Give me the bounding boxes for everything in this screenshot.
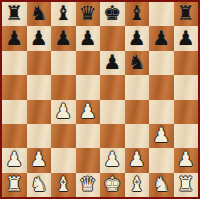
square-f8[interactable]: ♝ [125,2,150,26]
black-pawn-b7[interactable]: ♟ [30,28,48,48]
square-d4[interactable]: ♟ [76,100,101,124]
square-d8[interactable]: ♛ [76,2,101,26]
square-c8[interactable]: ♝ [51,2,76,26]
square-a5[interactable] [2,75,27,99]
black-king-e8[interactable]: ♚ [103,3,121,23]
square-h2[interactable]: ♟ [174,148,199,172]
white-bishop-c1[interactable]: ♝ [54,174,72,194]
square-f3[interactable] [125,124,150,148]
square-d1[interactable]: ♛ [76,173,101,197]
square-a8[interactable]: ♜ [2,2,27,26]
square-c2[interactable] [51,148,76,172]
chess-board-frame: ♜♞♝♛♚♝♜♟♟♟♟♟♟♟♟♞♟♟♟♟♟♟♟♟♜♞♝♛♚♝♞♜ [0,0,200,199]
square-f7[interactable]: ♟ [125,26,150,50]
black-pawn-a7[interactable]: ♟ [5,28,23,48]
square-c3[interactable] [51,124,76,148]
square-b7[interactable]: ♟ [27,26,52,50]
square-h6[interactable] [174,51,199,75]
white-pawn-c4[interactable]: ♟ [54,101,72,121]
square-e4[interactable] [100,100,125,124]
square-b6[interactable] [27,51,52,75]
white-knight-g1[interactable]: ♞ [152,174,170,194]
square-b2[interactable]: ♟ [27,148,52,172]
square-a1[interactable]: ♜ [2,173,27,197]
square-a6[interactable] [2,51,27,75]
square-a3[interactable] [2,124,27,148]
square-e5[interactable] [100,75,125,99]
square-h3[interactable] [174,124,199,148]
black-rook-a8[interactable]: ♜ [5,3,23,23]
square-g3[interactable]: ♟ [149,124,174,148]
square-g1[interactable]: ♞ [149,173,174,197]
square-h5[interactable] [174,75,199,99]
white-pawn-h2[interactable]: ♟ [177,149,195,169]
square-h7[interactable]: ♟ [174,26,199,50]
square-g2[interactable] [149,148,174,172]
square-f6[interactable]: ♞ [125,51,150,75]
square-g5[interactable] [149,75,174,99]
square-c5[interactable] [51,75,76,99]
black-queen-d8[interactable]: ♛ [79,3,97,23]
black-pawn-e6[interactable]: ♟ [103,52,121,72]
square-e7[interactable] [100,26,125,50]
square-c7[interactable]: ♟ [51,26,76,50]
white-pawn-d4[interactable]: ♟ [79,101,97,121]
square-f4[interactable] [125,100,150,124]
black-knight-f6[interactable]: ♞ [128,52,146,72]
square-d6[interactable] [76,51,101,75]
chess-board: ♜♞♝♛♚♝♜♟♟♟♟♟♟♟♟♞♟♟♟♟♟♟♟♟♜♞♝♛♚♝♞♜ [2,2,198,197]
square-d5[interactable] [76,75,101,99]
black-pawn-h7[interactable]: ♟ [177,28,195,48]
black-rook-h8[interactable]: ♜ [177,3,195,23]
square-a2[interactable]: ♟ [2,148,27,172]
square-e6[interactable]: ♟ [100,51,125,75]
white-pawn-f2[interactable]: ♟ [128,149,146,169]
black-pawn-c7[interactable]: ♟ [54,28,72,48]
white-pawn-b2[interactable]: ♟ [30,149,48,169]
square-f5[interactable] [125,75,150,99]
white-pawn-g3[interactable]: ♟ [152,125,170,145]
white-pawn-a2[interactable]: ♟ [5,149,23,169]
square-g7[interactable]: ♟ [149,26,174,50]
black-bishop-f8[interactable]: ♝ [128,3,146,23]
square-g6[interactable] [149,51,174,75]
black-pawn-g7[interactable]: ♟ [152,28,170,48]
square-h8[interactable]: ♜ [174,2,199,26]
square-c4[interactable]: ♟ [51,100,76,124]
square-b4[interactable] [27,100,52,124]
square-c1[interactable]: ♝ [51,173,76,197]
black-bishop-c8[interactable]: ♝ [54,3,72,23]
square-b3[interactable] [27,124,52,148]
square-e8[interactable]: ♚ [100,2,125,26]
square-a7[interactable]: ♟ [2,26,27,50]
square-g8[interactable] [149,2,174,26]
white-pawn-e2[interactable]: ♟ [103,149,121,169]
square-f1[interactable]: ♝ [125,173,150,197]
square-b5[interactable] [27,75,52,99]
white-bishop-f1[interactable]: ♝ [128,174,146,194]
square-e2[interactable]: ♟ [100,148,125,172]
square-a4[interactable] [2,100,27,124]
square-d3[interactable] [76,124,101,148]
white-rook-a1[interactable]: ♜ [5,174,23,194]
square-d2[interactable] [76,148,101,172]
square-h1[interactable]: ♜ [174,173,199,197]
square-h4[interactable] [174,100,199,124]
square-c6[interactable] [51,51,76,75]
white-knight-b1[interactable]: ♞ [30,174,48,194]
square-f2[interactable]: ♟ [125,148,150,172]
square-e3[interactable] [100,124,125,148]
square-g4[interactable] [149,100,174,124]
square-e1[interactable]: ♚ [100,173,125,197]
square-d7[interactable]: ♟ [76,26,101,50]
white-king-e1[interactable]: ♚ [103,174,121,194]
white-rook-h1[interactable]: ♜ [177,174,195,194]
black-pawn-d7[interactable]: ♟ [79,28,97,48]
white-queen-d1[interactable]: ♛ [79,174,97,194]
square-b1[interactable]: ♞ [27,173,52,197]
black-knight-b8[interactable]: ♞ [30,3,48,23]
square-b8[interactable]: ♞ [27,2,52,26]
black-pawn-f7[interactable]: ♟ [128,28,146,48]
